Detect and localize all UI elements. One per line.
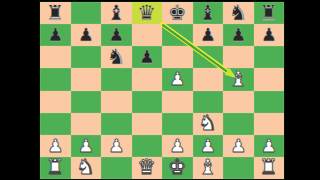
chess-board: ♜♝♛♚♝♞♜♟♟♟♟♟♟♞♟♟♝♞♟♟♟♟♟♟♟♜♞♛♚♝♜: [40, 2, 284, 179]
square-b8[interactable]: [71, 2, 102, 24]
piece-black-knight-c6[interactable]: ♞: [107, 46, 126, 67]
square-a5[interactable]: [40, 68, 71, 90]
square-g7[interactable]: ♟: [223, 24, 254, 46]
square-h4[interactable]: [254, 91, 285, 113]
piece-black-knight-g8[interactable]: ♞: [229, 2, 248, 23]
square-h6[interactable]: [254, 46, 285, 68]
square-e2[interactable]: ♟: [162, 135, 193, 157]
piece-white-pawn-e2[interactable]: ♟: [169, 136, 185, 154]
square-b3[interactable]: [71, 113, 102, 135]
square-a6[interactable]: [40, 46, 71, 68]
piece-white-pawn-e5[interactable]: ♟: [169, 70, 185, 88]
piece-black-bishop-c8[interactable]: ♝: [107, 2, 126, 23]
square-g8[interactable]: ♞: [223, 2, 254, 24]
square-f6[interactable]: [193, 46, 224, 68]
square-c4[interactable]: [101, 91, 132, 113]
square-e1[interactable]: ♚: [162, 157, 193, 179]
piece-white-pawn-h2[interactable]: ♟: [261, 136, 277, 154]
square-f4[interactable]: [193, 91, 224, 113]
square-d5[interactable]: [132, 68, 163, 90]
square-c2[interactable]: ♟: [101, 135, 132, 157]
piece-white-queen-d1[interactable]: ♛: [137, 157, 156, 178]
square-d1[interactable]: ♛: [132, 157, 163, 179]
piece-black-pawn-a7[interactable]: ♟: [47, 26, 63, 44]
square-b6[interactable]: [71, 46, 102, 68]
piece-white-pawn-c2[interactable]: ♟: [108, 136, 124, 154]
square-b2[interactable]: ♟: [71, 135, 102, 157]
square-a4[interactable]: [40, 91, 71, 113]
square-e5[interactable]: ♟: [162, 68, 193, 90]
square-e7[interactable]: [162, 24, 193, 46]
square-f5[interactable]: [193, 68, 224, 90]
square-f8[interactable]: ♝: [193, 2, 224, 24]
square-a7[interactable]: ♟: [40, 24, 71, 46]
square-g3[interactable]: [223, 113, 254, 135]
square-b5[interactable]: [71, 68, 102, 90]
square-h7[interactable]: ♟: [254, 24, 285, 46]
square-b7[interactable]: ♟: [71, 24, 102, 46]
piece-white-pawn-g2[interactable]: ♟: [230, 136, 246, 154]
piece-black-bishop-f8[interactable]: ♝: [198, 2, 217, 23]
square-h2[interactable]: ♟: [254, 135, 285, 157]
piece-black-pawn-g7[interactable]: ♟: [230, 26, 246, 44]
square-d7[interactable]: [132, 24, 163, 46]
video-frame-letterbox-background: ♜♝♛♚♝♞♜♟♟♟♟♟♟♞♟♟♝♞♟♟♟♟♟♟♟♜♞♛♚♝♜: [0, 0, 320, 180]
square-a2[interactable]: ♟: [40, 135, 71, 157]
square-h1[interactable]: ♜: [254, 157, 285, 179]
piece-white-rook-h1[interactable]: ♜: [259, 157, 278, 178]
piece-white-knight-f3[interactable]: ♞: [198, 113, 217, 134]
square-f3[interactable]: ♞: [193, 113, 224, 135]
piece-white-rook-a1[interactable]: ♜: [46, 157, 65, 178]
square-g1[interactable]: [223, 157, 254, 179]
square-c5[interactable]: [101, 68, 132, 90]
square-c3[interactable]: [101, 113, 132, 135]
square-g4[interactable]: [223, 91, 254, 113]
piece-white-bishop-f1[interactable]: ♝: [198, 157, 217, 178]
piece-white-knight-b1[interactable]: ♞: [76, 157, 95, 178]
square-c8[interactable]: ♝: [101, 2, 132, 24]
square-d3[interactable]: [132, 113, 163, 135]
piece-black-rook-h8[interactable]: ♜: [259, 2, 278, 23]
square-g2[interactable]: ♟: [223, 135, 254, 157]
square-e3[interactable]: [162, 113, 193, 135]
piece-white-bishop-g5[interactable]: ♝: [229, 68, 248, 89]
piece-black-queen-d8[interactable]: ♛: [137, 2, 156, 23]
piece-white-pawn-b2[interactable]: ♟: [78, 136, 94, 154]
square-c7[interactable]: ♟: [101, 24, 132, 46]
piece-black-pawn-f7[interactable]: ♟: [200, 26, 216, 44]
piece-black-pawn-c7[interactable]: ♟: [108, 26, 124, 44]
square-h8[interactable]: ♜: [254, 2, 285, 24]
piece-white-pawn-f2[interactable]: ♟: [200, 136, 216, 154]
square-a3[interactable]: [40, 113, 71, 135]
square-b1[interactable]: ♞: [71, 157, 102, 179]
square-h3[interactable]: [254, 113, 285, 135]
square-c1[interactable]: [101, 157, 132, 179]
square-e4[interactable]: [162, 91, 193, 113]
square-d2[interactable]: [132, 135, 163, 157]
piece-black-pawn-h7[interactable]: ♟: [261, 26, 277, 44]
square-g5[interactable]: ♝: [223, 68, 254, 90]
square-e8[interactable]: ♚: [162, 2, 193, 24]
square-f1[interactable]: ♝: [193, 157, 224, 179]
piece-black-pawn-d6[interactable]: ♟: [139, 48, 155, 66]
square-a8[interactable]: ♜: [40, 2, 71, 24]
square-a1[interactable]: ♜: [40, 157, 71, 179]
square-d4[interactable]: [132, 91, 163, 113]
square-g6[interactable]: [223, 46, 254, 68]
square-c6[interactable]: ♞: [101, 46, 132, 68]
piece-white-pawn-a2[interactable]: ♟: [47, 136, 63, 154]
piece-black-pawn-b7[interactable]: ♟: [78, 26, 94, 44]
square-d6[interactable]: ♟: [132, 46, 163, 68]
square-h5[interactable]: [254, 68, 285, 90]
square-b4[interactable]: [71, 91, 102, 113]
square-d8[interactable]: ♛: [132, 2, 163, 24]
square-e6[interactable]: [162, 46, 193, 68]
piece-black-rook-a8[interactable]: ♜: [46, 2, 65, 23]
square-f2[interactable]: ♟: [193, 135, 224, 157]
piece-white-king-e1[interactable]: ♚: [168, 157, 187, 178]
square-f7[interactable]: ♟: [193, 24, 224, 46]
piece-black-king-e8[interactable]: ♚: [168, 2, 187, 23]
